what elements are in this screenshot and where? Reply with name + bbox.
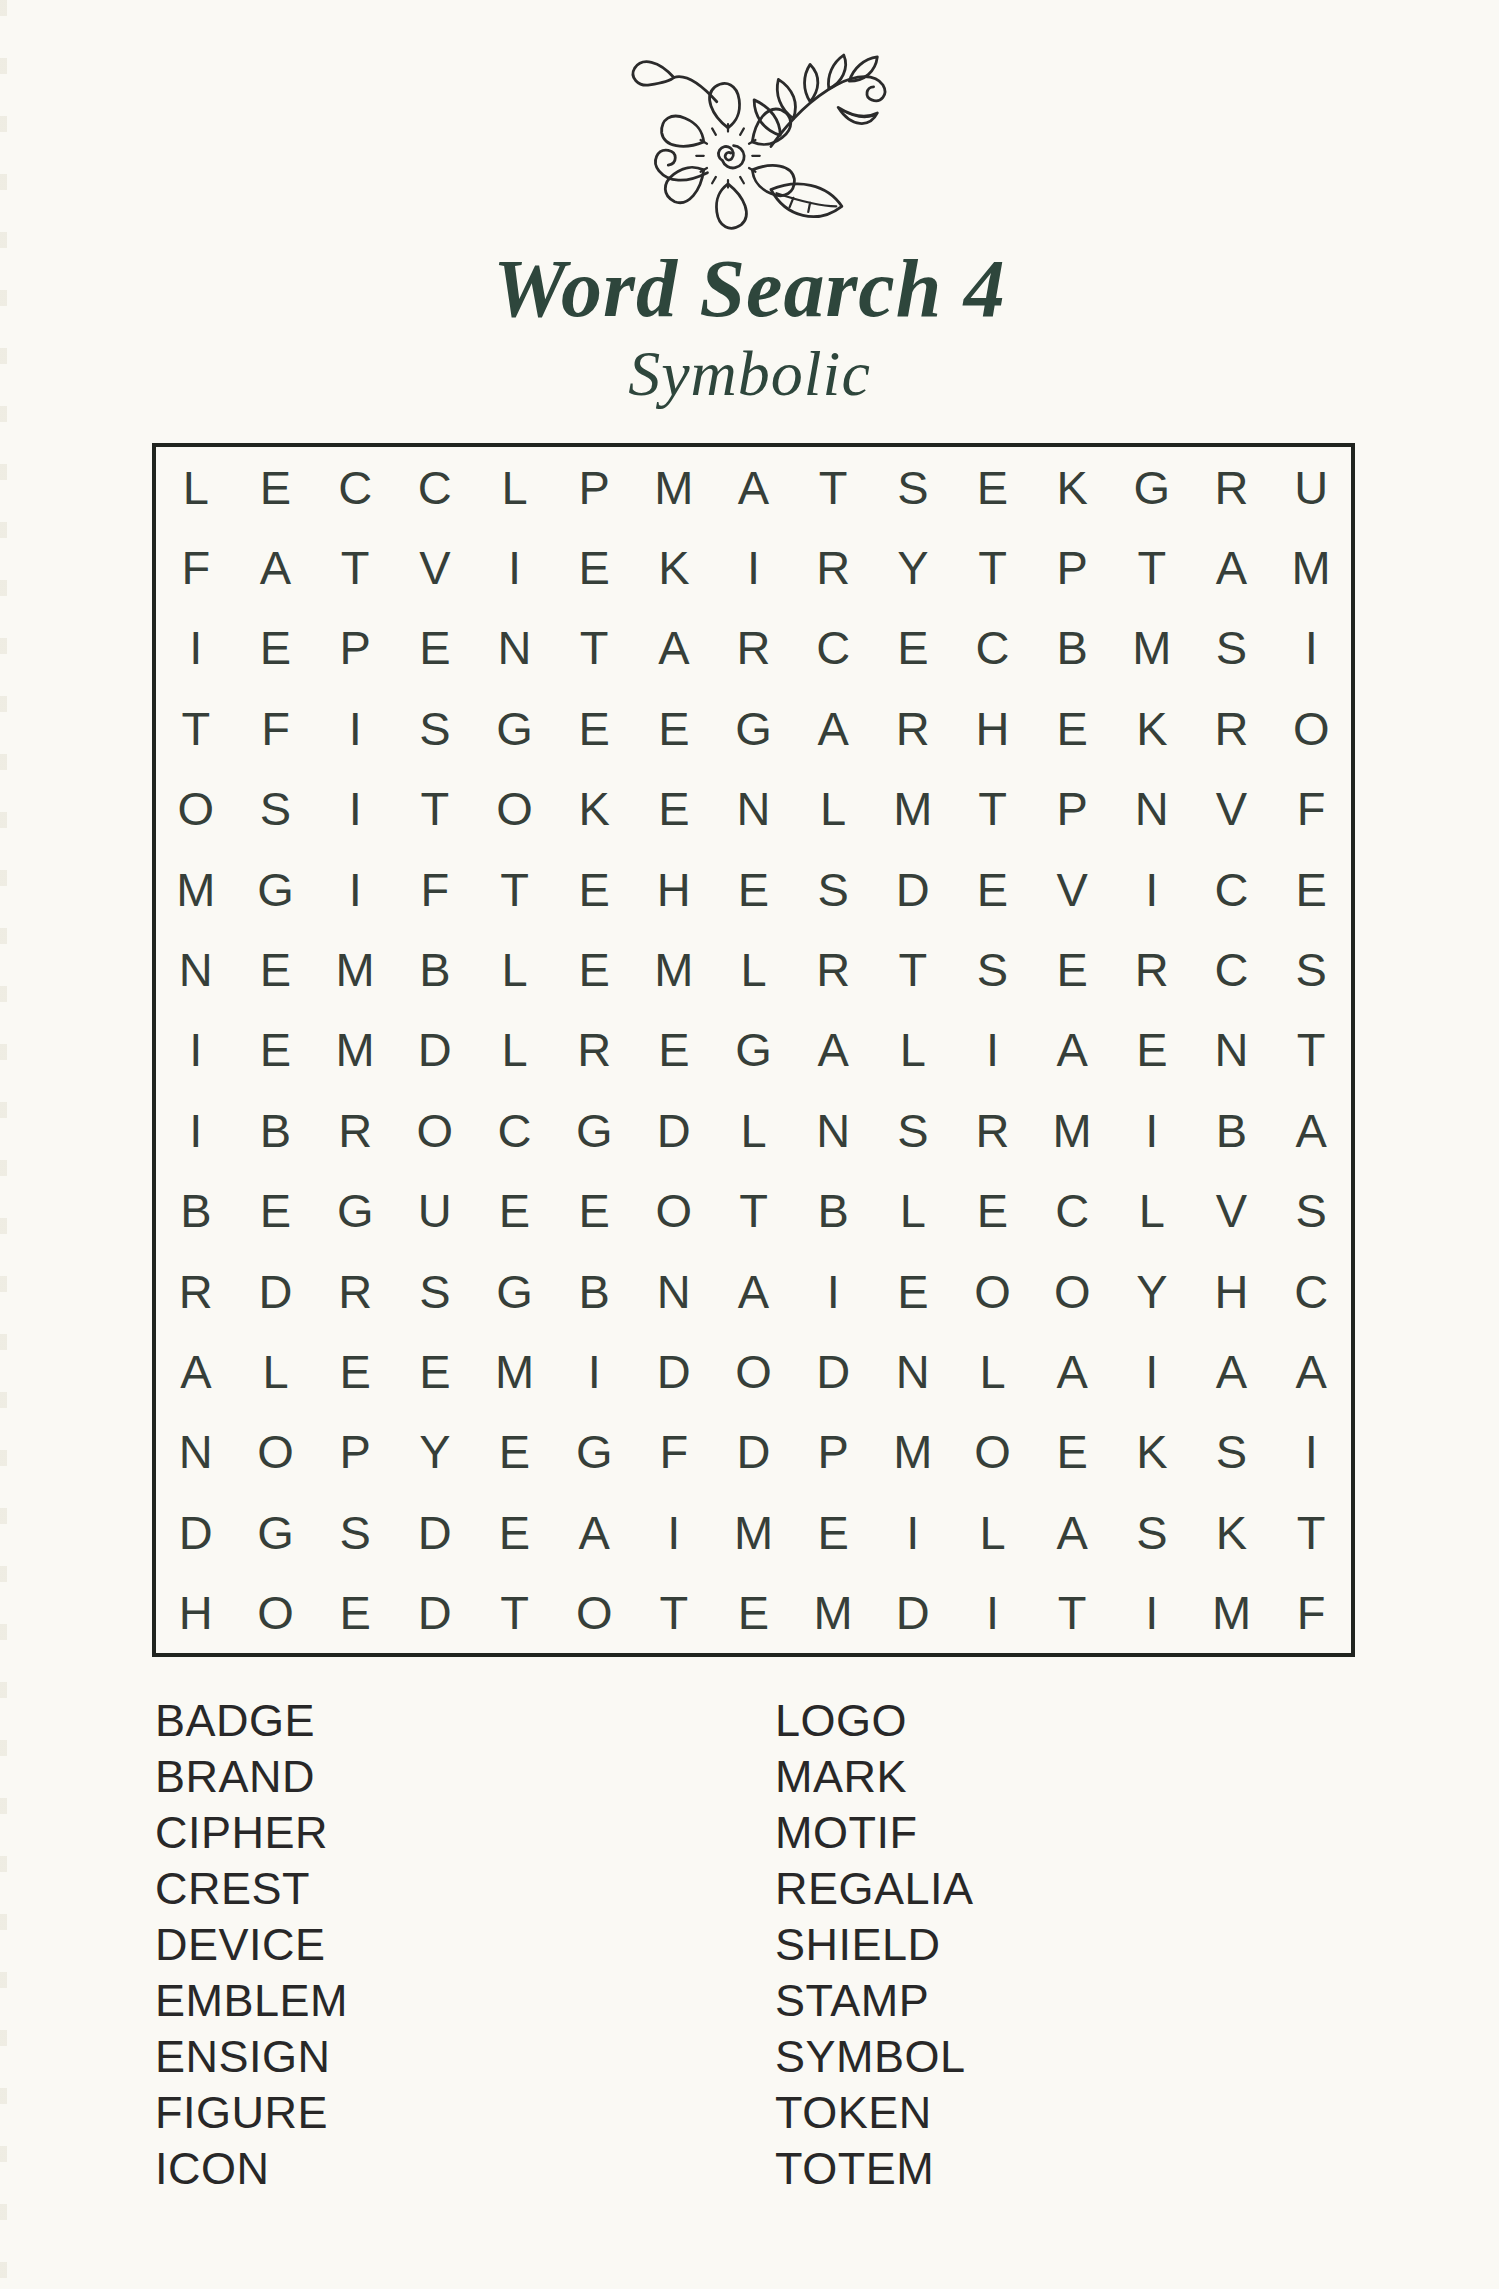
grid-cell-r12c10[interactable]: N xyxy=(873,1331,953,1411)
puzzle-page: Word Search 4 Symbolic LECCLPMATSEKGRUFA… xyxy=(0,0,1499,2289)
grid-cell-r10c7[interactable]: O xyxy=(634,1171,714,1251)
grid-cell-r6c13[interactable]: I xyxy=(1112,849,1192,929)
grid-cell-r10c4[interactable]: U xyxy=(395,1171,475,1251)
grid-cell-r1c11[interactable]: E xyxy=(953,447,1033,527)
grid-cell-r6c12[interactable]: V xyxy=(1032,849,1112,929)
grid-cell-r2c15[interactable]: M xyxy=(1271,527,1351,607)
word-list-item-regalia: REGALIA xyxy=(775,1861,974,1917)
grid-cell-r6c10[interactable]: D xyxy=(873,849,953,929)
word-list-item-device: DEVICE xyxy=(155,1917,348,1973)
grid-cell-r1c10[interactable]: S xyxy=(873,447,953,527)
grid-cell-r10c10[interactable]: L xyxy=(873,1171,953,1251)
grid-cell-r3c11[interactable]: C xyxy=(953,608,1033,688)
grid-cell-r15c3[interactable]: E xyxy=(315,1573,395,1653)
grid-cell-r1c15[interactable]: U xyxy=(1271,447,1351,527)
grid-cell-r3c1[interactable]: I xyxy=(156,608,236,688)
grid-cell-r4c2[interactable]: F xyxy=(236,688,316,768)
grid-cell-r7c4[interactable]: B xyxy=(395,929,475,1009)
grid-cell-r11c7[interactable]: N xyxy=(634,1251,714,1331)
grid-cell-r11c2[interactable]: D xyxy=(236,1251,316,1331)
grid-cell-r6c2[interactable]: G xyxy=(236,849,316,929)
grid-cell-r8c10[interactable]: L xyxy=(873,1010,953,1090)
grid-cell-r7c10[interactable]: T xyxy=(873,929,953,1009)
grid-cell-r13c13[interactable]: K xyxy=(1112,1412,1192,1492)
grid-cell-r12c13[interactable]: I xyxy=(1112,1331,1192,1411)
grid-cell-r12c7[interactable]: D xyxy=(634,1331,714,1411)
grid-cell-r14c12[interactable]: A xyxy=(1032,1492,1112,1572)
grid-cell-r5c8[interactable]: N xyxy=(714,769,794,849)
grid-cell-r8c9[interactable]: A xyxy=(793,1010,873,1090)
grid-cell-r15c15[interactable]: F xyxy=(1271,1573,1351,1653)
grid-cell-r13c1[interactable]: N xyxy=(156,1412,236,1492)
grid-cell-r5c2[interactable]: S xyxy=(236,769,316,849)
grid-cell-r4c7[interactable]: E xyxy=(634,688,714,768)
grid-cell-r9c12[interactable]: M xyxy=(1032,1090,1112,1170)
grid-cell-r14c3[interactable]: S xyxy=(315,1492,395,1572)
grid-cell-r15c1[interactable]: H xyxy=(156,1573,236,1653)
grid-cell-r6c8[interactable]: E xyxy=(714,849,794,929)
grid-cell-r7c9[interactable]: R xyxy=(793,929,873,1009)
flower-spiral-center xyxy=(718,146,744,168)
grid-cell-r4c10[interactable]: R xyxy=(873,688,953,768)
page-subtitle: Symbolic xyxy=(0,342,1499,406)
grid-cell-r4c8[interactable]: G xyxy=(714,688,794,768)
word-list-right: LOGOMARKMOTIFREGALIASHIELDSTAMPSYMBOLTOK… xyxy=(775,1693,974,2197)
grid-cell-r13c9[interactable]: P xyxy=(793,1412,873,1492)
word-list-item-totem: TOTEM xyxy=(775,2141,974,2197)
grid-cell-r15c6[interactable]: O xyxy=(554,1573,634,1653)
grid-cell-r4c5[interactable]: G xyxy=(475,688,555,768)
grid-cell-r14c4[interactable]: D xyxy=(395,1492,475,1572)
grid-cell-r7c3[interactable]: M xyxy=(315,929,395,1009)
grid-cell-r15c14[interactable]: M xyxy=(1192,1573,1272,1653)
word-search-grid: LECCLPMATSEKGRUFATVIEKIRYTPTAMIEPENTARCE… xyxy=(152,443,1355,1657)
grid-cell-r5c4[interactable]: T xyxy=(395,769,475,849)
grid-cell-r4c6[interactable]: E xyxy=(554,688,634,768)
grid-cell-r3c9[interactable]: C xyxy=(793,608,873,688)
grid-cell-r15c12[interactable]: T xyxy=(1032,1573,1112,1653)
grid-cell-r15c13[interactable]: I xyxy=(1112,1573,1192,1653)
grid-cell-r11c8[interactable]: A xyxy=(714,1251,794,1331)
grid-cell-r10c1[interactable]: B xyxy=(156,1171,236,1251)
grid-cell-r8c15[interactable]: T xyxy=(1271,1010,1351,1090)
word-list-item-mark: MARK xyxy=(775,1749,974,1805)
grid-cell-r4c1[interactable]: T xyxy=(156,688,236,768)
grid-cell-r15c8[interactable]: E xyxy=(714,1573,794,1653)
grid-cell-r6c4[interactable]: F xyxy=(395,849,475,929)
grid-cell-r5c1[interactable]: O xyxy=(156,769,236,849)
grid-cell-r5c3[interactable]: I xyxy=(315,769,395,849)
grid-cell-r7c2[interactable]: E xyxy=(236,929,316,1009)
grid-cell-r14c6[interactable]: A xyxy=(554,1492,634,1572)
grid-cell-r9c7[interactable]: D xyxy=(634,1090,714,1170)
word-list-item-figure: FIGURE xyxy=(155,2085,348,2141)
grid-cell-r13c15[interactable]: I xyxy=(1271,1412,1351,1492)
grid-cell-r1c2[interactable]: E xyxy=(236,447,316,527)
grid-cell-r4c11[interactable]: H xyxy=(953,688,1033,768)
grid-cell-r3c3[interactable]: P xyxy=(315,608,395,688)
grid-cell-r3c12[interactable]: B xyxy=(1032,608,1112,688)
grid-cell-r7c7[interactable]: M xyxy=(634,929,714,1009)
grid-cell-r12c6[interactable]: I xyxy=(554,1331,634,1411)
grid-cell-r5c11[interactable]: T xyxy=(953,769,1033,849)
grid-cell-r8c7[interactable]: E xyxy=(634,1010,714,1090)
grid-cell-r13c6[interactable]: G xyxy=(554,1412,634,1492)
grid-cell-r11c15[interactable]: C xyxy=(1271,1251,1351,1331)
grid-cell-r1c9[interactable]: T xyxy=(793,447,873,527)
grid-cell-r8c3[interactable]: M xyxy=(315,1010,395,1090)
grid-cell-r1c5[interactable]: L xyxy=(475,447,555,527)
grid-cell-r5c9[interactable]: L xyxy=(793,769,873,849)
grid-cell-r4c4[interactable]: S xyxy=(395,688,475,768)
grid-cell-r9c1[interactable]: I xyxy=(156,1090,236,1170)
word-list-item-crest: CREST xyxy=(155,1861,348,1917)
grid-cell-r8c4[interactable]: D xyxy=(395,1010,475,1090)
grid-cell-r6c11[interactable]: E xyxy=(953,849,1033,929)
grid-cell-r14c10[interactable]: I xyxy=(873,1492,953,1572)
grid-cell-r9c15[interactable]: A xyxy=(1271,1090,1351,1170)
grid-cell-r11c12[interactable]: O xyxy=(1032,1251,1112,1331)
grid-cell-r7c8[interactable]: L xyxy=(714,929,794,1009)
grid-cell-r10c15[interactable]: S xyxy=(1271,1171,1351,1251)
grid-cell-r14c5[interactable]: E xyxy=(475,1492,555,1572)
grid-cell-r3c7[interactable]: A xyxy=(634,608,714,688)
grid-cell-r9c6[interactable]: G xyxy=(554,1090,634,1170)
grid-cell-r3c14[interactable]: S xyxy=(1192,608,1272,688)
grid-cell-r5c15[interactable]: F xyxy=(1271,769,1351,849)
grid-cell-r13c7[interactable]: F xyxy=(634,1412,714,1492)
grid-cell-r10c9[interactable]: B xyxy=(793,1171,873,1251)
grid-cell-r3c8[interactable]: R xyxy=(714,608,794,688)
grid-cell-r15c5[interactable]: T xyxy=(475,1573,555,1653)
grid-cell-r3c6[interactable]: T xyxy=(554,608,634,688)
grid-cell-r9c4[interactable]: O xyxy=(395,1090,475,1170)
grid-cell-r7c5[interactable]: L xyxy=(475,929,555,1009)
grid-cell-r1c4[interactable]: C xyxy=(395,447,475,527)
grid-cell-r1c8[interactable]: A xyxy=(714,447,794,527)
grid-cell-r12c2[interactable]: L xyxy=(236,1331,316,1411)
grid-cell-r14c15[interactable]: T xyxy=(1271,1492,1351,1572)
word-list-item-badge: BADGE xyxy=(155,1693,348,1749)
grid-cell-r14c14[interactable]: K xyxy=(1192,1492,1272,1572)
flower-ornament-icon xyxy=(588,42,924,238)
grid-cell-r8c14[interactable]: N xyxy=(1192,1010,1272,1090)
grid-cell-r8c2[interactable]: E xyxy=(236,1010,316,1090)
grid-cell-r6c15[interactable]: E xyxy=(1271,849,1351,929)
grid-cell-r9c8[interactable]: L xyxy=(714,1090,794,1170)
grid-cell-r11c10[interactable]: E xyxy=(873,1251,953,1331)
grid-cell-r7c1[interactable]: N xyxy=(156,929,236,1009)
grid-cell-r6c6[interactable]: E xyxy=(554,849,634,929)
grid-cell-r9c5[interactable]: C xyxy=(475,1090,555,1170)
grid-cell-r9c13[interactable]: I xyxy=(1112,1090,1192,1170)
grid-cell-r14c9[interactable]: E xyxy=(793,1492,873,1572)
word-list-item-logo: LOGO xyxy=(775,1693,974,1749)
grid-cell-r6c1[interactable]: M xyxy=(156,849,236,929)
grid-cell-r2c9[interactable]: R xyxy=(793,527,873,607)
grid-cell-r14c2[interactable]: G xyxy=(236,1492,316,1572)
grid-cell-r10c5[interactable]: E xyxy=(475,1171,555,1251)
grid-cell-r5c6[interactable]: K xyxy=(554,769,634,849)
grid-cell-r1c14[interactable]: R xyxy=(1192,447,1272,527)
grid-cell-r1c7[interactable]: M xyxy=(634,447,714,527)
page-title: Word Search 4 xyxy=(0,248,1499,330)
grid-cell-r1c3[interactable]: C xyxy=(315,447,395,527)
grid-cell-r8c6[interactable]: R xyxy=(554,1010,634,1090)
grid-cell-r13c2[interactable]: O xyxy=(236,1412,316,1492)
flower-petals xyxy=(656,84,800,229)
grid-cell-r15c11[interactable]: I xyxy=(953,1573,1033,1653)
grid-cell-r12c4[interactable]: E xyxy=(395,1331,475,1411)
grid-cell-r7c12[interactable]: E xyxy=(1032,929,1112,1009)
grid-cell-r4c3[interactable]: I xyxy=(315,688,395,768)
grid-cell-r12c3[interactable]: E xyxy=(315,1331,395,1411)
grid-cell-r14c13[interactable]: S xyxy=(1112,1492,1192,1572)
grid-cell-r10c14[interactable]: V xyxy=(1192,1171,1272,1251)
grid-cell-r5c13[interactable]: N xyxy=(1112,769,1192,849)
grid-cell-r5c5[interactable]: O xyxy=(475,769,555,849)
grid-cell-r6c5[interactable]: T xyxy=(475,849,555,929)
grid-cell-r7c6[interactable]: E xyxy=(554,929,634,1009)
flower-leaf xyxy=(771,184,842,217)
grid-cell-r3c10[interactable]: E xyxy=(873,608,953,688)
grid-cell-r2c8[interactable]: I xyxy=(714,527,794,607)
grid-cell-r3c5[interactable]: N xyxy=(475,608,555,688)
stem-curl xyxy=(656,150,708,180)
grid-cell-r12c12[interactable]: A xyxy=(1032,1331,1112,1411)
grid-cell-r1c1[interactable]: L xyxy=(156,447,236,527)
grid-cell-r2c7[interactable]: K xyxy=(634,527,714,607)
grid-cell-r11c1[interactable]: R xyxy=(156,1251,236,1331)
grid-cell-r5c10[interactable]: M xyxy=(873,769,953,849)
word-list-item-brand: BRAND xyxy=(155,1749,348,1805)
grid-cell-r4c15[interactable]: O xyxy=(1271,688,1351,768)
grid-cell-r12c14[interactable]: A xyxy=(1192,1331,1272,1411)
grid-cell-r12c11[interactable]: L xyxy=(953,1331,1033,1411)
grid-cell-r8c12[interactable]: A xyxy=(1032,1010,1112,1090)
grid-cell-r4c13[interactable]: K xyxy=(1112,688,1192,768)
grid-cell-r9c10[interactable]: S xyxy=(873,1090,953,1170)
grid-cell-r2c2[interactable]: A xyxy=(236,527,316,607)
grid-cell-r11c14[interactable]: H xyxy=(1192,1251,1272,1331)
grid-cell-r10c6[interactable]: E xyxy=(554,1171,634,1251)
grid-cell-r15c7[interactable]: T xyxy=(634,1573,714,1653)
grid-cell-r2c1[interactable]: F xyxy=(156,527,236,607)
grid-cell-r4c12[interactable]: E xyxy=(1032,688,1112,768)
grid-cell-r10c8[interactable]: T xyxy=(714,1171,794,1251)
grid-cell-r3c4[interactable]: E xyxy=(395,608,475,688)
word-list-left: BADGEBRANDCIPHERCRESTDEVICEEMBLEMENSIGNF… xyxy=(155,1693,348,2197)
grid-cell-r1c13[interactable]: G xyxy=(1112,447,1192,527)
grid-cell-r6c3[interactable]: I xyxy=(315,849,395,929)
grid-cell-r11c3[interactable]: R xyxy=(315,1251,395,1331)
grid-cell-r15c4[interactable]: D xyxy=(395,1573,475,1653)
grid-cell-r5c7[interactable]: E xyxy=(634,769,714,849)
grid-cell-r14c7[interactable]: I xyxy=(634,1492,714,1572)
grid-cell-r10c13[interactable]: L xyxy=(1112,1171,1192,1251)
grid-cell-r5c14[interactable]: V xyxy=(1192,769,1272,849)
teardrop-bud xyxy=(633,62,674,85)
grid-cell-r4c9[interactable]: A xyxy=(793,688,873,768)
grid-cell-r2c3[interactable]: T xyxy=(315,527,395,607)
word-list-item-ensign: ENSIGN xyxy=(155,2029,348,2085)
word-list-item-token: TOKEN xyxy=(775,2085,974,2141)
grid-cell-r13c8[interactable]: D xyxy=(714,1412,794,1492)
grid-cell-r13c14[interactable]: S xyxy=(1192,1412,1272,1492)
grid-cell-r9c9[interactable]: N xyxy=(793,1090,873,1170)
grid-cell-r11c4[interactable]: S xyxy=(395,1251,475,1331)
word-list-item-motif: MOTIF xyxy=(775,1805,974,1861)
grid-cell-r13c3[interactable]: P xyxy=(315,1412,395,1492)
flower-tick-ring xyxy=(696,124,759,187)
grid-cell-r9c3[interactable]: R xyxy=(315,1090,395,1170)
grid-cell-r12c1[interactable]: A xyxy=(156,1331,236,1411)
word-list-item-emblem: EMBLEM xyxy=(155,1973,348,2029)
grid-cell-r12c5[interactable]: M xyxy=(475,1331,555,1411)
grid-cell-r8c11[interactable]: I xyxy=(953,1010,1033,1090)
grid-cell-r11c11[interactable]: O xyxy=(953,1251,1033,1331)
grid-cell-r3c2[interactable]: E xyxy=(236,608,316,688)
grid-cell-r8c1[interactable]: I xyxy=(156,1010,236,1090)
grid-cell-r3c15[interactable]: I xyxy=(1271,608,1351,688)
grid-cell-r10c2[interactable]: E xyxy=(236,1171,316,1251)
grid-cell-r8c13[interactable]: E xyxy=(1112,1010,1192,1090)
grid-cell-r7c13[interactable]: R xyxy=(1112,929,1192,1009)
grid-cell-r6c14[interactable]: C xyxy=(1192,849,1272,929)
grid-cell-r4c14[interactable]: R xyxy=(1192,688,1272,768)
grid-cell-r12c15[interactable]: A xyxy=(1271,1331,1351,1411)
grid-cell-r14c1[interactable]: D xyxy=(156,1492,236,1572)
grid-cell-r2c13[interactable]: T xyxy=(1112,527,1192,607)
grid-cell-r7c15[interactable]: S xyxy=(1271,929,1351,1009)
grid-cell-r14c8[interactable]: M xyxy=(714,1492,794,1572)
grid-cell-r15c10[interactable]: D xyxy=(873,1573,953,1653)
grid-cell-r11c6[interactable]: B xyxy=(554,1251,634,1331)
grid-cell-r9c11[interactable]: R xyxy=(953,1090,1033,1170)
grid-cell-r2c14[interactable]: A xyxy=(1192,527,1272,607)
grid-cell-r15c9[interactable]: M xyxy=(793,1573,873,1653)
grid-cell-r1c6[interactable]: P xyxy=(554,447,634,527)
grid-cell-r7c14[interactable]: C xyxy=(1192,929,1272,1009)
grid-cell-r10c12[interactable]: C xyxy=(1032,1171,1112,1251)
grid-cell-r1c12[interactable]: K xyxy=(1032,447,1112,527)
grid-cell-r15c2[interactable]: O xyxy=(236,1573,316,1653)
grid-cell-r2c4[interactable]: V xyxy=(395,527,475,607)
grid-cell-r10c3[interactable]: G xyxy=(315,1171,395,1251)
grid-cell-r8c5[interactable]: L xyxy=(475,1010,555,1090)
grid-cell-r2c11[interactable]: T xyxy=(953,527,1033,607)
grid-cell-r13c12[interactable]: E xyxy=(1032,1412,1112,1492)
grid-cell-r5c12[interactable]: P xyxy=(1032,769,1112,849)
grid-cell-r13c5[interactable]: E xyxy=(475,1412,555,1492)
grid-cell-r13c10[interactable]: M xyxy=(873,1412,953,1492)
grid-cell-r9c2[interactable]: B xyxy=(236,1090,316,1170)
grid-cell-r2c12[interactable]: P xyxy=(1032,527,1112,607)
word-list-item-cipher: CIPHER xyxy=(155,1805,348,1861)
grid-cell-r6c7[interactable]: H xyxy=(634,849,714,929)
grid-cell-r9c14[interactable]: B xyxy=(1192,1090,1272,1170)
grid-cell-r8c8[interactable]: G xyxy=(714,1010,794,1090)
grid-cell-r14c11[interactable]: L xyxy=(953,1492,1033,1572)
grid-cell-r10c11[interactable]: E xyxy=(953,1171,1033,1251)
grid-cell-r12c9[interactable]: D xyxy=(793,1331,873,1411)
grid-cell-r7c11[interactable]: S xyxy=(953,929,1033,1009)
word-list-item-icon: ICON xyxy=(155,2141,348,2197)
grid-cell-r12c8[interactable]: O xyxy=(714,1331,794,1411)
grid-cell-r6c9[interactable]: S xyxy=(793,849,873,929)
grid-cell-r11c9[interactable]: I xyxy=(793,1251,873,1331)
word-list-item-shield: SHIELD xyxy=(775,1917,974,1973)
grid-cell-r11c13[interactable]: Y xyxy=(1112,1251,1192,1331)
grid-cell-r2c5[interactable]: I xyxy=(475,527,555,607)
grid-cell-r3c13[interactable]: M xyxy=(1112,608,1192,688)
grid-cell-r11c5[interactable]: G xyxy=(475,1251,555,1331)
grid-cell-r13c4[interactable]: Y xyxy=(395,1412,475,1492)
grid-cell-r2c6[interactable]: E xyxy=(554,527,634,607)
grid-cell-r13c11[interactable]: O xyxy=(953,1412,1033,1492)
word-list-item-symbol: SYMBOL xyxy=(775,2029,974,2085)
word-list-item-stamp: STAMP xyxy=(775,1973,974,2029)
grid-cell-r2c10[interactable]: Y xyxy=(873,527,953,607)
